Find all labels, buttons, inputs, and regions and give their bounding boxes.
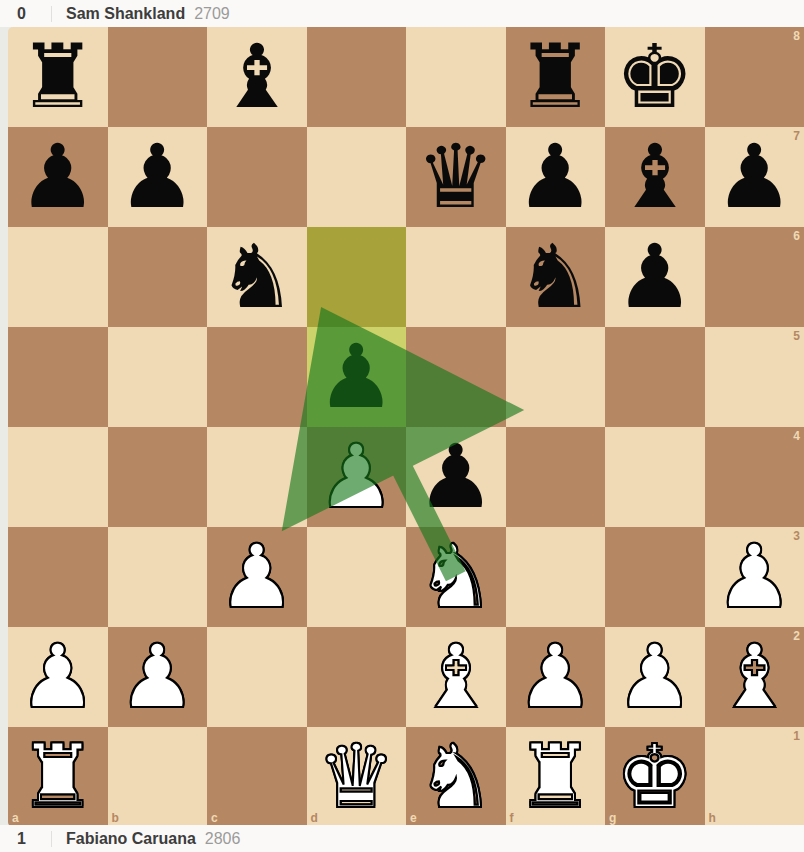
black-knight-c6[interactable]: ♞ — [207, 227, 307, 327]
square-h5[interactable]: 5 — [705, 327, 804, 427]
bar-divider — [51, 6, 52, 22]
square-b6[interactable] — [108, 227, 208, 327]
black-knight-f6[interactable]: ♞ — [506, 227, 606, 327]
square-g3[interactable] — [605, 527, 705, 627]
square-g1[interactable]: ♚g — [605, 727, 705, 827]
square-d1[interactable]: ♛d — [307, 727, 407, 827]
square-d2[interactable] — [307, 627, 407, 727]
black-pawn-b7[interactable]: ♟ — [108, 127, 208, 227]
white-king-g1[interactable]: ♚ — [605, 727, 705, 827]
square-c4[interactable] — [207, 427, 307, 527]
black-bishop-g7[interactable]: ♝ — [605, 127, 705, 227]
square-g5[interactable] — [605, 327, 705, 427]
black-rook-f8[interactable]: ♜ — [506, 27, 606, 127]
square-f2[interactable]: ♟ — [506, 627, 606, 727]
square-h2[interactable]: ♝2 — [705, 627, 804, 727]
square-h3[interactable]: ♟3 — [705, 527, 804, 627]
square-e8[interactable] — [406, 27, 506, 127]
square-g2[interactable]: ♟ — [605, 627, 705, 727]
square-e5[interactable] — [406, 327, 506, 427]
white-pawn-d4[interactable]: ♟ — [307, 427, 407, 527]
file-label-b: b — [112, 812, 119, 824]
file-label-a: a — [12, 812, 19, 824]
white-pawn-g2[interactable]: ♟ — [605, 627, 705, 727]
file-label-c: c — [211, 812, 218, 824]
square-d4[interactable]: ♟ — [307, 427, 407, 527]
white-player-name: Fabiano Caruana — [66, 830, 196, 848]
square-a7[interactable]: ♟ — [8, 127, 108, 227]
file-label-d: d — [311, 812, 318, 824]
black-player-bar: 0 Sam Shankland 2709 — [0, 0, 804, 27]
rank-label-3: 3 — [793, 530, 800, 542]
square-a3[interactable] — [8, 527, 108, 627]
black-score: 0 — [0, 5, 51, 23]
square-f8[interactable]: ♜ — [506, 27, 606, 127]
black-pawn-a7[interactable]: ♟ — [8, 127, 108, 227]
square-h7[interactable]: ♟7 — [705, 127, 804, 227]
square-a4[interactable] — [8, 427, 108, 527]
square-c5[interactable] — [207, 327, 307, 427]
file-label-f: f — [510, 812, 514, 824]
square-c8[interactable]: ♝ — [207, 27, 307, 127]
white-pawn-f2[interactable]: ♟ — [506, 627, 606, 727]
square-a5[interactable] — [8, 327, 108, 427]
square-b5[interactable] — [108, 327, 208, 427]
white-bishop-h2[interactable]: ♝ — [705, 627, 804, 727]
white-pawn-b2[interactable]: ♟ — [108, 627, 208, 727]
rank-label-7: 7 — [793, 130, 800, 142]
square-d5[interactable]: ♟ — [307, 327, 407, 427]
square-h1[interactable]: 1h — [705, 727, 804, 827]
square-f1[interactable]: ♜f — [506, 727, 606, 827]
white-rook-a1[interactable]: ♜ — [8, 727, 108, 827]
square-d7[interactable] — [307, 127, 407, 227]
square-d3[interactable] — [307, 527, 407, 627]
square-g6[interactable]: ♟ — [605, 227, 705, 327]
square-c2[interactable] — [207, 627, 307, 727]
square-b1[interactable]: b — [108, 727, 208, 827]
square-e6[interactable] — [406, 227, 506, 327]
black-bishop-c8[interactable]: ♝ — [207, 27, 307, 127]
square-b4[interactable] — [108, 427, 208, 527]
square-f3[interactable] — [506, 527, 606, 627]
square-e1[interactable]: ♞e — [406, 727, 506, 827]
square-e2[interactable]: ♝ — [406, 627, 506, 727]
black-rook-a8[interactable]: ♜ — [8, 27, 108, 127]
file-label-h: h — [709, 812, 716, 824]
square-c6[interactable]: ♞ — [207, 227, 307, 327]
square-b2[interactable]: ♟ — [108, 627, 208, 727]
square-a6[interactable] — [8, 227, 108, 327]
rank-label-6: 6 — [793, 230, 800, 242]
square-b8[interactable] — [108, 27, 208, 127]
square-f5[interactable] — [506, 327, 606, 427]
bar-divider — [51, 831, 52, 847]
square-f7[interactable]: ♟ — [506, 127, 606, 227]
square-a8[interactable]: ♜ — [8, 27, 108, 127]
square-c7[interactable] — [207, 127, 307, 227]
rank-label-4: 4 — [793, 430, 800, 442]
square-b3[interactable] — [108, 527, 208, 627]
square-h8[interactable]: 8 — [705, 27, 804, 127]
square-d6[interactable] — [307, 227, 407, 327]
rank-label-1: 1 — [793, 730, 800, 742]
square-e7[interactable]: ♛ — [406, 127, 506, 227]
black-pawn-h7[interactable]: ♟ — [705, 127, 804, 227]
black-pawn-d5[interactable]: ♟ — [307, 327, 407, 427]
white-score: 1 — [0, 830, 51, 848]
square-e3[interactable]: ♞ — [406, 527, 506, 627]
black-player-name: Sam Shankland — [66, 5, 185, 23]
square-a2[interactable]: ♟ — [8, 627, 108, 727]
square-c3[interactable]: ♟ — [207, 527, 307, 627]
rank-label-8: 8 — [793, 30, 800, 42]
square-g7[interactable]: ♝ — [605, 127, 705, 227]
white-pawn-a2[interactable]: ♟ — [8, 627, 108, 727]
rank-label-5: 5 — [793, 330, 800, 342]
rank-label-2: 2 — [793, 630, 800, 642]
white-rook-f1[interactable]: ♜ — [506, 727, 606, 827]
black-pawn-e4[interactable]: ♟ — [406, 427, 506, 527]
chess-board[interactable]: ♜♝♜♚8♟♟♛♟♝♟7♞♞♟6♟5♟♟4♟♞♟3♟♟♝♟♟♝2♜abc♛d♞e… — [8, 27, 804, 827]
white-queen-d1[interactable]: ♛ — [307, 727, 407, 827]
square-h4[interactable]: 4 — [705, 427, 804, 527]
square-b7[interactable]: ♟ — [108, 127, 208, 227]
file-label-e: e — [410, 812, 417, 824]
square-d8[interactable] — [307, 27, 407, 127]
black-player-rating: 2709 — [194, 5, 230, 23]
white-player-rating: 2806 — [205, 830, 241, 848]
white-bishop-e2[interactable]: ♝ — [406, 627, 506, 727]
file-label-g: g — [609, 812, 616, 824]
black-pawn-g6[interactable]: ♟ — [605, 227, 705, 327]
black-queen-e7[interactable]: ♛ — [406, 127, 506, 227]
square-g4[interactable] — [605, 427, 705, 527]
white-knight-e1[interactable]: ♞ — [406, 727, 506, 827]
square-e4[interactable]: ♟ — [406, 427, 506, 527]
square-c1[interactable]: c — [207, 727, 307, 827]
black-pawn-f7[interactable]: ♟ — [506, 127, 606, 227]
white-pawn-c3[interactable]: ♟ — [207, 527, 307, 627]
square-f4[interactable] — [506, 427, 606, 527]
black-king-g8[interactable]: ♚ — [605, 27, 705, 127]
white-knight-e3[interactable]: ♞ — [406, 527, 506, 627]
square-g8[interactable]: ♚ — [605, 27, 705, 127]
square-a1[interactable]: ♜a — [8, 727, 108, 827]
square-f6[interactable]: ♞ — [506, 227, 606, 327]
white-player-bar: 1 Fabiano Caruana 2806 — [0, 825, 804, 852]
square-h6[interactable]: 6 — [705, 227, 804, 327]
white-pawn-h3[interactable]: ♟ — [705, 527, 804, 627]
